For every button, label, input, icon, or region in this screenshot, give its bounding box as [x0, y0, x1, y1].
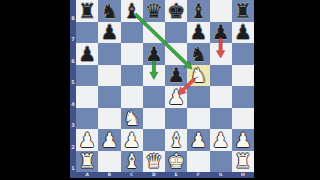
square-d3[interactable] — [143, 108, 165, 130]
piece-white-king: ♚ — [167, 151, 185, 171]
file-label: C — [121, 172, 143, 178]
piece-white-rook: ♜ — [234, 151, 252, 171]
square-a3[interactable] — [76, 108, 98, 130]
square-b1[interactable] — [98, 151, 120, 173]
piece-black-queen: ♛ — [145, 1, 163, 21]
square-h6[interactable] — [232, 43, 254, 65]
piece-black-pawn: ♟ — [189, 22, 207, 42]
square-b7[interactable]: ♟ — [98, 22, 120, 44]
piece-black-pawn: ♟ — [145, 44, 163, 64]
square-d1[interactable]: ♛ — [143, 151, 165, 173]
file-label: E — [165, 172, 187, 178]
square-g6[interactable] — [210, 43, 232, 65]
square-g5[interactable] — [210, 65, 232, 87]
square-b3[interactable] — [98, 108, 120, 130]
file-label: B — [98, 172, 120, 178]
piece-black-pawn: ♟ — [234, 22, 252, 42]
square-c1[interactable]: ♝ — [121, 151, 143, 173]
piece-black-knight: ♞ — [100, 1, 118, 21]
video-frame: 87654321 ABCDEFGH ♜♞♝♛♚♝♜♟♟♟♟♟♟♞♟♞♟♞♟♟♟♝… — [0, 0, 320, 180]
piece-black-knight: ♞ — [189, 44, 207, 64]
piece-black-rook: ♜ — [78, 1, 96, 21]
file-label: H — [232, 172, 254, 178]
square-e2[interactable]: ♝ — [165, 129, 187, 151]
square-c2[interactable]: ♟ — [121, 129, 143, 151]
file-label: A — [76, 172, 98, 178]
square-g2[interactable]: ♟ — [210, 129, 232, 151]
square-d6[interactable]: ♟ — [143, 43, 165, 65]
square-c3[interactable]: ♞ — [121, 108, 143, 130]
square-a7[interactable] — [76, 22, 98, 44]
piece-white-pawn: ♟ — [212, 130, 230, 150]
piece-black-pawn: ♟ — [212, 22, 230, 42]
square-e5[interactable]: ♟ — [165, 65, 187, 87]
square-f7[interactable]: ♟ — [187, 22, 209, 44]
square-f3[interactable] — [187, 108, 209, 130]
piece-white-knight: ♞ — [123, 108, 141, 128]
square-f1[interactable] — [187, 151, 209, 173]
piece-black-bishop: ♝ — [189, 1, 207, 21]
square-c7[interactable] — [121, 22, 143, 44]
chess-board: 87654321 ABCDEFGH ♜♞♝♛♚♝♜♟♟♟♟♟♟♞♟♞♟♞♟♟♟♝… — [70, 0, 254, 178]
square-a2[interactable]: ♟ — [76, 129, 98, 151]
square-h4[interactable] — [232, 86, 254, 108]
square-b5[interactable] — [98, 65, 120, 87]
piece-black-pawn: ♟ — [78, 44, 96, 64]
square-h8[interactable]: ♜ — [232, 0, 254, 22]
square-a5[interactable] — [76, 65, 98, 87]
square-c8[interactable]: ♝ — [121, 0, 143, 22]
square-b2[interactable]: ♟ — [98, 129, 120, 151]
board-squares: ♜♞♝♛♚♝♜♟♟♟♟♟♟♞♟♞♟♞♟♟♟♝♟♟♟♜♝♛♚♜ — [76, 0, 254, 172]
square-f5[interactable]: ♞ — [187, 65, 209, 87]
file-label: G — [210, 172, 232, 178]
square-e8[interactable]: ♚ — [165, 0, 187, 22]
square-b8[interactable]: ♞ — [98, 0, 120, 22]
square-e6[interactable] — [165, 43, 187, 65]
square-h3[interactable] — [232, 108, 254, 130]
square-a1[interactable]: ♜ — [76, 151, 98, 173]
piece-black-rook: ♜ — [234, 1, 252, 21]
piece-white-queen: ♛ — [145, 151, 163, 171]
piece-white-bishop: ♝ — [167, 130, 185, 150]
file-label: D — [143, 172, 165, 178]
piece-black-bishop: ♝ — [123, 1, 141, 21]
square-g7[interactable]: ♟ — [210, 22, 232, 44]
square-h5[interactable] — [232, 65, 254, 87]
file-label: F — [187, 172, 209, 178]
square-e3[interactable] — [165, 108, 187, 130]
piece-white-bishop: ♝ — [123, 151, 141, 171]
square-g1[interactable] — [210, 151, 232, 173]
square-c6[interactable] — [121, 43, 143, 65]
square-d2[interactable] — [143, 129, 165, 151]
square-f4[interactable] — [187, 86, 209, 108]
file-labels: ABCDEFGH — [76, 172, 254, 178]
square-c4[interactable] — [121, 86, 143, 108]
square-a4[interactable] — [76, 86, 98, 108]
square-d5[interactable] — [143, 65, 165, 87]
square-c5[interactable] — [121, 65, 143, 87]
square-g8[interactable] — [210, 0, 232, 22]
piece-white-pawn: ♟ — [167, 87, 185, 107]
square-h2[interactable]: ♟ — [232, 129, 254, 151]
piece-white-pawn: ♟ — [234, 130, 252, 150]
square-a8[interactable]: ♜ — [76, 0, 98, 22]
square-e1[interactable]: ♚ — [165, 151, 187, 173]
square-b6[interactable] — [98, 43, 120, 65]
piece-white-rook: ♜ — [78, 151, 96, 171]
piece-black-pawn: ♟ — [100, 22, 118, 42]
square-d4[interactable] — [143, 86, 165, 108]
piece-white-knight: ♞ — [189, 65, 207, 85]
square-f2[interactable]: ♟ — [187, 129, 209, 151]
square-e4[interactable]: ♟ — [165, 86, 187, 108]
piece-white-pawn: ♟ — [189, 130, 207, 150]
square-f6[interactable]: ♞ — [187, 43, 209, 65]
square-b4[interactable] — [98, 86, 120, 108]
square-g3[interactable] — [210, 108, 232, 130]
piece-white-pawn: ♟ — [78, 130, 96, 150]
piece-white-pawn: ♟ — [100, 130, 118, 150]
square-d8[interactable]: ♛ — [143, 0, 165, 22]
square-g4[interactable] — [210, 86, 232, 108]
square-h7[interactable]: ♟ — [232, 22, 254, 44]
piece-black-pawn: ♟ — [167, 65, 185, 85]
square-a6[interactable]: ♟ — [76, 43, 98, 65]
piece-black-king: ♚ — [167, 1, 185, 21]
square-h1[interactable]: ♜ — [232, 151, 254, 173]
square-d7[interactable] — [143, 22, 165, 44]
piece-white-pawn: ♟ — [123, 130, 141, 150]
square-f8[interactable]: ♝ — [187, 0, 209, 22]
square-e7[interactable] — [165, 22, 187, 44]
